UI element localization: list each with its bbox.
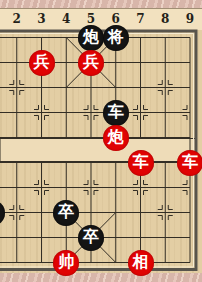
red-soldier[interactable]: 兵 xyxy=(29,50,55,76)
red-elephant[interactable]: 相 xyxy=(128,250,154,276)
red-chariot[interactable]: 车 xyxy=(177,150,202,176)
black-soldier[interactable]: 卒 xyxy=(78,225,104,251)
black-cannon[interactable]: 炮 xyxy=(78,25,104,51)
black-chariot[interactable]: 车 xyxy=(103,100,129,126)
red-soldier[interactable]: 兵 xyxy=(78,50,104,76)
black-soldier[interactable]: 卒 xyxy=(53,200,79,226)
black-general[interactable]: 将 xyxy=(103,25,129,51)
red-cannon[interactable]: 炮 xyxy=(103,125,129,151)
red-general[interactable]: 帅 xyxy=(53,250,79,276)
xiangqi-board: 123456789 炮将兵兵车炮车车卒卒卒帅相 xyxy=(0,0,202,282)
red-chariot[interactable]: 车 xyxy=(128,150,154,176)
